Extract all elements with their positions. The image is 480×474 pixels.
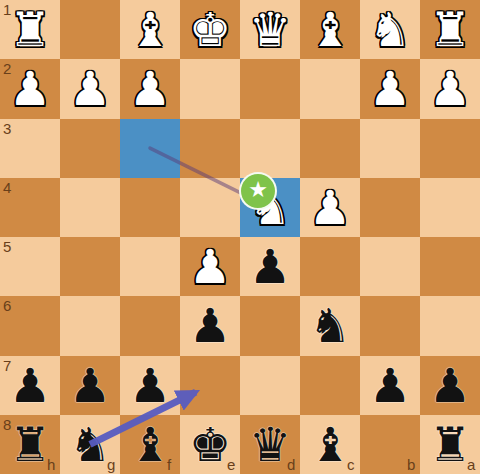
square-f8[interactable]: ♝ [120, 415, 180, 474]
piece-black-pawn-e6[interactable]: ♟ [189, 302, 231, 349]
square-c7[interactable] [300, 356, 360, 415]
square-c6[interactable]: ♞ [300, 296, 360, 355]
piece-white-bishop-c1[interactable]: ♝ [309, 6, 351, 53]
piece-white-pawn-g2[interactable]: ♟ [69, 65, 111, 112]
piece-black-knight-c6[interactable]: ♞ [309, 302, 351, 349]
square-h4[interactable] [0, 178, 60, 237]
piece-white-king-e1[interactable]: ♚ [189, 6, 231, 53]
square-b6[interactable] [360, 296, 420, 355]
piece-white-rook-a1[interactable]: ♜ [429, 6, 471, 53]
piece-white-knight-b1[interactable]: ♞ [369, 6, 411, 53]
square-e7[interactable] [180, 356, 240, 415]
square-h8[interactable]: ♜ [0, 415, 60, 474]
piece-black-pawn-f7[interactable]: ♟ [129, 362, 171, 409]
piece-white-rook-h1[interactable]: ♜ [9, 6, 51, 53]
piece-white-pawn-c4[interactable]: ♟ [309, 184, 351, 231]
square-b7[interactable]: ♟ [360, 356, 420, 415]
piece-black-bishop-c8[interactable]: ♝ [309, 421, 351, 468]
square-c4[interactable]: ♟ [300, 178, 360, 237]
square-f7[interactable]: ♟ [120, 356, 180, 415]
square-a7[interactable]: ♟ [420, 356, 480, 415]
square-b3[interactable] [360, 119, 420, 178]
square-h5[interactable] [0, 237, 60, 296]
square-h2[interactable]: ♟ [0, 59, 60, 118]
square-a5[interactable] [420, 237, 480, 296]
square-a4[interactable] [420, 178, 480, 237]
piece-white-pawn-e5[interactable]: ♟ [189, 243, 231, 290]
square-f6[interactable] [120, 296, 180, 355]
square-b2[interactable]: ♟ [360, 59, 420, 118]
square-c5[interactable] [300, 237, 360, 296]
star-icon: ★ [248, 179, 268, 201]
piece-white-pawn-h2[interactable]: ♟ [9, 65, 51, 112]
square-d7[interactable] [240, 356, 300, 415]
piece-black-pawn-d5[interactable]: ♟ [249, 243, 291, 290]
square-b1[interactable]: ♞ [360, 0, 420, 59]
square-e8[interactable]: ♚ [180, 415, 240, 474]
chess-board: ♜♝♚♛♝♞♜♟♟♟♟♟♞♟♟♟♟♞♟♟♟♟♟♜♞♝♚♛♝♜ [0, 0, 480, 474]
square-h6[interactable] [0, 296, 60, 355]
square-g4[interactable] [60, 178, 120, 237]
best-move-badge: ★ [239, 172, 277, 210]
square-e3[interactable] [180, 119, 240, 178]
square-b5[interactable] [360, 237, 420, 296]
piece-black-king-e8[interactable]: ♚ [189, 421, 231, 468]
square-a8[interactable]: ♜ [420, 415, 480, 474]
square-f3[interactable] [120, 119, 180, 178]
piece-white-bishop-f1[interactable]: ♝ [129, 6, 171, 53]
square-g2[interactable]: ♟ [60, 59, 120, 118]
square-d6[interactable] [240, 296, 300, 355]
square-f4[interactable] [120, 178, 180, 237]
square-c8[interactable]: ♝ [300, 415, 360, 474]
piece-black-pawn-a7[interactable]: ♟ [429, 362, 471, 409]
piece-black-pawn-h7[interactable]: ♟ [9, 362, 51, 409]
square-f2[interactable]: ♟ [120, 59, 180, 118]
square-c2[interactable] [300, 59, 360, 118]
square-e5[interactable]: ♟ [180, 237, 240, 296]
piece-black-bishop-f8[interactable]: ♝ [129, 421, 171, 468]
square-e2[interactable] [180, 59, 240, 118]
square-c1[interactable]: ♝ [300, 0, 360, 59]
piece-black-rook-a8[interactable]: ♜ [429, 421, 471, 468]
square-f5[interactable] [120, 237, 180, 296]
piece-white-pawn-b2[interactable]: ♟ [369, 65, 411, 112]
square-c3[interactable] [300, 119, 360, 178]
square-a2[interactable]: ♟ [420, 59, 480, 118]
square-g7[interactable]: ♟ [60, 356, 120, 415]
square-e6[interactable]: ♟ [180, 296, 240, 355]
square-d2[interactable] [240, 59, 300, 118]
square-h3[interactable] [0, 119, 60, 178]
square-g6[interactable] [60, 296, 120, 355]
piece-white-pawn-a2[interactable]: ♟ [429, 65, 471, 112]
square-a1[interactable]: ♜ [420, 0, 480, 59]
piece-black-queen-d8[interactable]: ♛ [249, 421, 291, 468]
square-e4[interactable] [180, 178, 240, 237]
square-d8[interactable]: ♛ [240, 415, 300, 474]
square-f1[interactable]: ♝ [120, 0, 180, 59]
square-h1[interactable]: ♜ [0, 0, 60, 59]
piece-black-pawn-g7[interactable]: ♟ [69, 362, 111, 409]
piece-black-rook-h8[interactable]: ♜ [9, 421, 51, 468]
square-g3[interactable] [60, 119, 120, 178]
square-b4[interactable] [360, 178, 420, 237]
square-b8[interactable] [360, 415, 420, 474]
piece-white-queen-d1[interactable]: ♛ [249, 6, 291, 53]
square-h7[interactable]: ♟ [0, 356, 60, 415]
piece-white-pawn-f2[interactable]: ♟ [129, 65, 171, 112]
square-g5[interactable] [60, 237, 120, 296]
square-d5[interactable]: ♟ [240, 237, 300, 296]
square-d3[interactable] [240, 119, 300, 178]
chess-board-area: ♜♝♚♛♝♞♜♟♟♟♟♟♞♟♟♟♟♞♟♟♟♟♟♜♞♝♚♛♝♜ ★ 1234567… [0, 0, 480, 474]
square-g8[interactable]: ♞ [60, 415, 120, 474]
square-g1[interactable] [60, 0, 120, 59]
piece-black-pawn-b7[interactable]: ♟ [369, 362, 411, 409]
square-d1[interactable]: ♛ [240, 0, 300, 59]
piece-black-knight-g8[interactable]: ♞ [69, 421, 111, 468]
square-a3[interactable] [420, 119, 480, 178]
square-a6[interactable] [420, 296, 480, 355]
square-e1[interactable]: ♚ [180, 0, 240, 59]
